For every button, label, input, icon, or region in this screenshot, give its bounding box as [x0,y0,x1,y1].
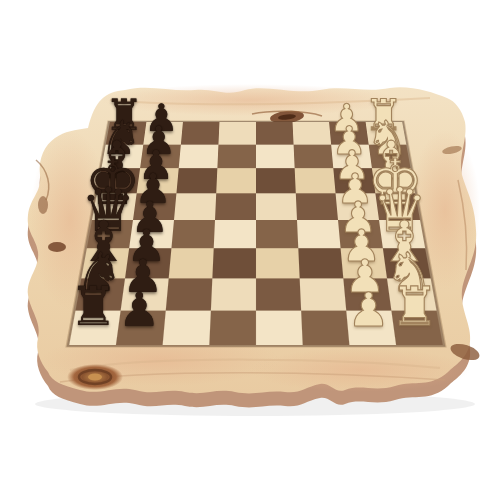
square[interactable] [298,248,343,278]
square[interactable] [256,278,301,310]
chess-set-product-photo: ♜♟♟♜♞♟♟♞♝♟♟♝♚♟♟♚♛♟♟♛♝♟♟♝♞♟♟♞♜♟♟♜ [0,0,500,500]
square[interactable] [218,122,256,144]
square[interactable] [296,193,338,220]
square[interactable] [300,278,347,310]
square[interactable] [214,220,256,248]
square[interactable] [209,311,256,345]
square[interactable] [211,278,256,310]
square[interactable] [171,220,215,248]
square[interactable] [295,168,336,193]
square[interactable] [256,122,294,144]
piece-white-pawn[interactable]: ♟ [348,286,390,333]
square[interactable] [294,145,334,169]
square[interactable] [176,168,217,193]
square[interactable] [301,311,349,345]
wood-grain-patch [250,348,470,392]
square[interactable] [293,122,332,144]
square[interactable] [174,193,216,220]
square[interactable] [215,193,256,220]
square[interactable] [217,145,256,169]
square[interactable] [256,193,297,220]
square[interactable] [181,122,220,144]
piece-white-rook[interactable]: ♜ [391,280,439,334]
square[interactable] [163,311,211,345]
piece-black-rook[interactable]: ♜ [69,280,117,334]
square[interactable] [216,168,256,193]
square[interactable] [256,145,295,169]
square[interactable] [256,220,298,248]
square[interactable] [256,248,300,278]
square[interactable] [297,220,341,248]
square[interactable] [256,168,296,193]
wood-knot-bottom-left [67,364,123,390]
square[interactable] [212,248,256,278]
square[interactable] [179,145,219,169]
square[interactable] [169,248,214,278]
piece-black-pawn[interactable]: ♟ [118,286,160,333]
square[interactable] [166,278,213,310]
square[interactable] [256,311,303,345]
